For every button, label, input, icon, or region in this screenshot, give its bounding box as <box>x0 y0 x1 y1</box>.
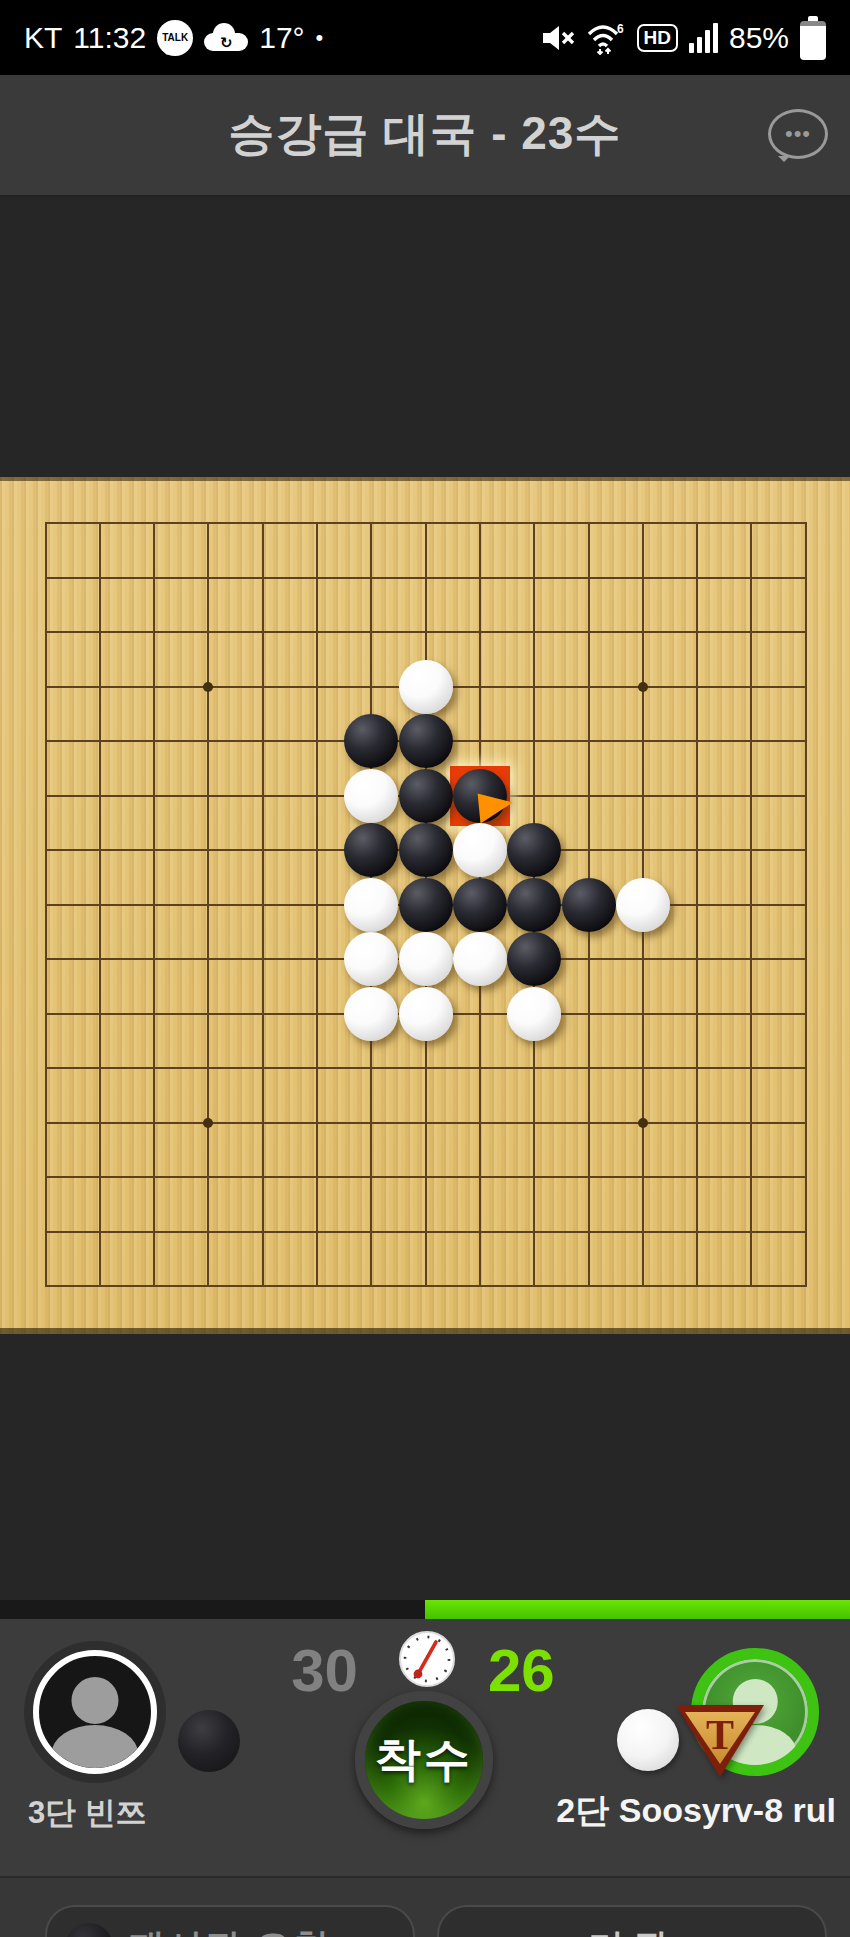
bottom-action-row: 재시작 요청 기권 <box>0 1876 850 1937</box>
cloud-sync-icon: ↻ <box>204 23 248 53</box>
mute-icon <box>541 22 575 54</box>
clock-time: 11:32 <box>73 21 146 55</box>
restart-request-label: 재시작 요청 <box>129 1923 331 1937</box>
star-point <box>638 682 648 692</box>
battery-percent: 85% <box>729 21 789 55</box>
time-bar-fill <box>425 1600 850 1619</box>
timer-clock-icon <box>398 1630 456 1688</box>
signal-strength-icon <box>689 23 718 53</box>
stone-black <box>399 878 453 932</box>
status-left: KT 11:32 TALK ↻ 17° • <box>24 20 323 56</box>
carrier-label: KT <box>24 21 62 55</box>
grid-line-h <box>45 1067 807 1069</box>
white-stone-indicator <box>617 1709 679 1771</box>
grid-line-h <box>45 1285 807 1287</box>
time-bar-track <box>0 1600 850 1619</box>
star-point <box>203 682 213 692</box>
page-title: 승강급 대국 - 23수 <box>0 103 850 165</box>
black-stone-icon <box>65 1923 113 1937</box>
stone-white <box>399 660 453 714</box>
board[interactable] <box>0 477 850 1334</box>
stone-white <box>453 823 507 877</box>
stone-white <box>344 932 398 986</box>
stone-white <box>399 932 453 986</box>
stone-white <box>453 932 507 986</box>
stone-white <box>507 987 561 1041</box>
right-player-name: 2단 Soosyrv-8 rul <box>556 1788 836 1834</box>
black-stone-indicator <box>178 1710 240 1772</box>
app-screen: KT 11:32 TALK ↻ 17° • 6 <box>0 0 850 1937</box>
status-right: 6 HD 85% <box>541 16 827 60</box>
stone-black <box>399 769 453 823</box>
left-timer: 30 <box>258 1636 358 1705</box>
title-bar: 승강급 대국 - 23수 ••• <box>0 75 850 197</box>
star-point <box>203 1118 213 1128</box>
star-point <box>638 1118 648 1128</box>
person-silhouette-icon <box>71 1677 118 1724</box>
notification-dot: • <box>316 25 324 51</box>
stone-black <box>562 878 616 932</box>
stone-black <box>507 932 561 986</box>
stone-black <box>344 714 398 768</box>
right-timer: 26 <box>488 1636 555 1705</box>
grid-line-v <box>750 522 752 1287</box>
svg-text:6: 6 <box>617 22 624 36</box>
status-bar: KT 11:32 TALK ↻ 17° • 6 <box>0 0 850 75</box>
grid-line-h <box>45 1176 807 1178</box>
stone-black <box>399 823 453 877</box>
stone-white <box>344 769 398 823</box>
stone-black <box>507 878 561 932</box>
grid-line-v <box>805 522 807 1287</box>
stone-black <box>507 823 561 877</box>
kakaotalk-icon: TALK <box>157 20 193 56</box>
chat-bubble-icon[interactable]: ••• <box>768 109 828 159</box>
wifi-icon: 6 <box>586 21 626 55</box>
left-player-avatar <box>33 1650 157 1774</box>
stone-white <box>616 878 670 932</box>
resign-label: 기권 <box>588 1923 676 1937</box>
resign-button[interactable]: 기권 <box>437 1905 827 1937</box>
stone-black <box>453 878 507 932</box>
grid-line-h <box>45 1231 807 1233</box>
restart-request-button[interactable]: 재시작 요청 <box>45 1905 415 1937</box>
place-stone-button[interactable]: 착수 <box>355 1691 493 1829</box>
hd-icon: HD <box>637 24 678 52</box>
stone-black <box>344 823 398 877</box>
grid-line-h <box>45 1122 807 1124</box>
stone-white <box>344 987 398 1041</box>
stone-white <box>399 987 453 1041</box>
weather-temp: 17° <box>259 21 304 55</box>
place-stone-label: 착수 <box>375 1729 473 1791</box>
grid-line-v <box>696 522 698 1287</box>
stone-white <box>344 878 398 932</box>
battery-icon <box>800 16 826 60</box>
tournament-badge-icon: T <box>676 1705 764 1777</box>
left-player-name: 3단 빈쯔 <box>28 1792 147 1834</box>
stone-black <box>399 714 453 768</box>
